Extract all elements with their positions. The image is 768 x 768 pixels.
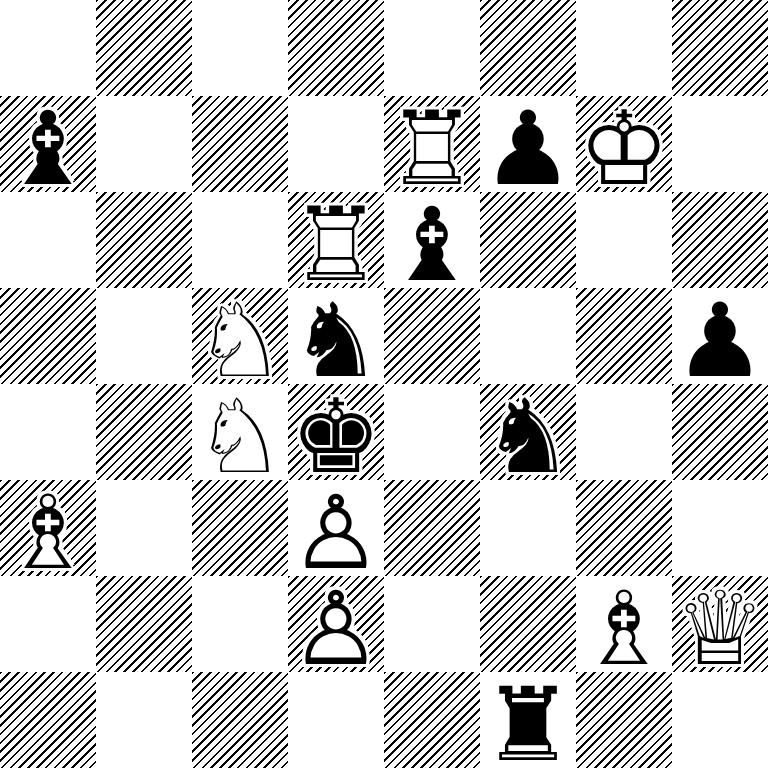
square-b8[interactable]: [96, 0, 192, 96]
square-f7[interactable]: ♟: [480, 96, 576, 192]
square-h6[interactable]: [672, 192, 768, 288]
square-h8[interactable]: [672, 0, 768, 96]
black-rook-f1: ♜: [480, 672, 576, 768]
square-h5[interactable]: ♟: [672, 288, 768, 384]
piece-glyph: ♗: [578, 578, 669, 680]
square-d8[interactable]: [288, 0, 384, 96]
chess-board: ♝♜♖♟♚♔♜♖♝♞♘♞♟♞♘♚♞♝♗♟♙♟♙♝♗♛♕♜: [0, 0, 768, 768]
square-a2[interactable]: [0, 576, 96, 672]
square-g2[interactable]: ♝♗: [576, 576, 672, 672]
square-f5[interactable]: [480, 288, 576, 384]
piece-glyph: ♕: [674, 578, 765, 680]
square-e6[interactable]: ♝: [384, 192, 480, 288]
piece-glyph: ♘: [194, 386, 285, 488]
square-b5[interactable]: [96, 288, 192, 384]
black-bishop-e6: ♝: [384, 192, 480, 288]
square-e2[interactable]: [384, 576, 480, 672]
square-c7[interactable]: [192, 96, 288, 192]
square-f8[interactable]: [480, 0, 576, 96]
square-h1[interactable]: [672, 672, 768, 768]
square-g6[interactable]: [576, 192, 672, 288]
square-g1[interactable]: [576, 672, 672, 768]
square-a6[interactable]: [0, 192, 96, 288]
square-d1[interactable]: [288, 672, 384, 768]
piece-glyph: ♔: [578, 98, 669, 200]
square-g8[interactable]: [576, 0, 672, 96]
piece-glyph: ♟: [482, 98, 573, 200]
white-pawn-d2: ♟♙: [288, 576, 384, 672]
square-e7[interactable]: ♜♖: [384, 96, 480, 192]
square-a3[interactable]: ♝♗: [0, 480, 96, 576]
square-a5[interactable]: [0, 288, 96, 384]
square-e1[interactable]: [384, 672, 480, 768]
piece-glyph: ♜: [482, 674, 573, 768]
square-b7[interactable]: [96, 96, 192, 192]
square-f1[interactable]: ♜: [480, 672, 576, 768]
square-a1[interactable]: [0, 672, 96, 768]
square-d6[interactable]: ♜♖: [288, 192, 384, 288]
black-bishop-a7: ♝: [0, 96, 96, 192]
white-bishop-g2: ♝♗: [576, 576, 672, 672]
black-knight-f4: ♞: [480, 384, 576, 480]
square-b3[interactable]: [96, 480, 192, 576]
square-b1[interactable]: [96, 672, 192, 768]
piece-glyph: ♙: [290, 578, 381, 680]
piece-glyph: ♝: [386, 194, 477, 296]
square-c2[interactable]: [192, 576, 288, 672]
white-knight-c4: ♞♘: [192, 384, 288, 480]
square-f3[interactable]: [480, 480, 576, 576]
square-e3[interactable]: [384, 480, 480, 576]
square-c1[interactable]: [192, 672, 288, 768]
black-knight-d5: ♞: [288, 288, 384, 384]
square-c5[interactable]: ♞♘: [192, 288, 288, 384]
square-h4[interactable]: [672, 384, 768, 480]
black-king-d4: ♚: [288, 384, 384, 480]
white-rook-d6: ♜♖: [288, 192, 384, 288]
white-rook-e7: ♜♖: [384, 96, 480, 192]
square-a4[interactable]: [0, 384, 96, 480]
square-c3[interactable]: [192, 480, 288, 576]
square-a8[interactable]: [0, 0, 96, 96]
square-b2[interactable]: [96, 576, 192, 672]
piece-glyph: ♞: [482, 386, 573, 488]
square-c8[interactable]: [192, 0, 288, 96]
square-g3[interactable]: [576, 480, 672, 576]
piece-glyph: ♗: [2, 482, 93, 584]
square-f2[interactable]: [480, 576, 576, 672]
square-f6[interactable]: [480, 192, 576, 288]
square-c4[interactable]: ♞♘: [192, 384, 288, 480]
square-b4[interactable]: [96, 384, 192, 480]
piece-glyph: ♝: [2, 98, 93, 200]
square-g4[interactable]: [576, 384, 672, 480]
square-e5[interactable]: [384, 288, 480, 384]
square-g7[interactable]: ♚♔: [576, 96, 672, 192]
square-b6[interactable]: [96, 192, 192, 288]
square-d7[interactable]: [288, 96, 384, 192]
square-h7[interactable]: [672, 96, 768, 192]
piece-glyph: ♟: [674, 290, 765, 392]
square-h2[interactable]: ♛♕: [672, 576, 768, 672]
white-bishop-a3: ♝♗: [0, 480, 96, 576]
square-a7[interactable]: ♝: [0, 96, 96, 192]
square-d4[interactable]: ♚: [288, 384, 384, 480]
square-e4[interactable]: [384, 384, 480, 480]
white-pawn-d3: ♟♙: [288, 480, 384, 576]
square-e8[interactable]: [384, 0, 480, 96]
white-king-g7: ♚♔: [576, 96, 672, 192]
square-g5[interactable]: [576, 288, 672, 384]
black-pawn-h5: ♟: [672, 288, 768, 384]
square-d2[interactable]: ♟♙: [288, 576, 384, 672]
square-d3[interactable]: ♟♙: [288, 480, 384, 576]
square-f4[interactable]: ♞: [480, 384, 576, 480]
square-d5[interactable]: ♞: [288, 288, 384, 384]
square-h3[interactable]: [672, 480, 768, 576]
white-knight-c5: ♞♘: [192, 288, 288, 384]
white-queen-h2: ♛♕: [672, 576, 768, 672]
black-pawn-f7: ♟: [480, 96, 576, 192]
square-c6[interactable]: [192, 192, 288, 288]
